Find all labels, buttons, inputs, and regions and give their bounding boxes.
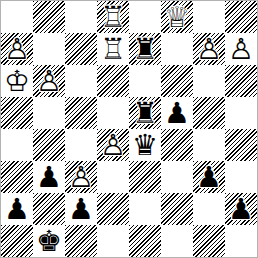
piece-white-pawn[interactable]: ♟♙: [65, 161, 97, 193]
square-f6[interactable]: [161, 65, 193, 97]
square-b3[interactable]: ♟: [33, 161, 65, 193]
square-e2[interactable]: [129, 193, 161, 225]
square-a6[interactable]: ♚♔: [1, 65, 33, 97]
square-e3[interactable]: [129, 161, 161, 193]
square-d1[interactable]: [97, 225, 129, 257]
square-a4[interactable]: [1, 129, 33, 161]
square-e5[interactable]: ♜: [129, 97, 161, 129]
square-c8[interactable]: [65, 1, 97, 33]
square-b2[interactable]: [33, 193, 65, 225]
piece-black-pawn[interactable]: ♟: [33, 161, 65, 193]
square-g5[interactable]: [193, 97, 225, 129]
square-h5[interactable]: [225, 97, 257, 129]
piece-solid-layer: ♚: [33, 225, 65, 257]
piece-white-king[interactable]: ♚♔: [1, 65, 33, 97]
piece-solid-layer: ♛: [129, 129, 161, 161]
square-d2[interactable]: [97, 193, 129, 225]
square-d4[interactable]: ♟♙: [97, 129, 129, 161]
square-b1[interactable]: ♚: [33, 225, 65, 257]
square-g3[interactable]: ♟: [193, 161, 225, 193]
square-c4[interactable]: [65, 129, 97, 161]
square-f4[interactable]: [161, 129, 193, 161]
piece-outline-layer: ♔: [1, 65, 33, 97]
piece-solid-layer: ♟: [161, 97, 193, 129]
square-a7[interactable]: ♟♙: [1, 33, 33, 65]
square-f2[interactable]: [161, 193, 193, 225]
square-c7[interactable]: [65, 33, 97, 65]
square-d5[interactable]: [97, 97, 129, 129]
piece-solid-layer: ♜: [129, 97, 161, 129]
piece-black-pawn[interactable]: ♟: [193, 161, 225, 193]
piece-solid-layer: ♟: [33, 161, 65, 193]
piece-white-pawn[interactable]: ♟♙: [1, 33, 33, 65]
piece-outline-layer: ♙: [33, 65, 65, 97]
square-a1[interactable]: [1, 225, 33, 257]
square-d7[interactable]: ♜♖: [97, 33, 129, 65]
piece-outline-layer: ♖: [97, 1, 129, 33]
piece-black-pawn[interactable]: ♟: [1, 193, 33, 225]
square-e6[interactable]: [129, 65, 161, 97]
square-c6[interactable]: [65, 65, 97, 97]
piece-black-rook[interactable]: ♜: [129, 97, 161, 129]
square-h7[interactable]: ♟♙: [225, 33, 257, 65]
square-b5[interactable]: [33, 97, 65, 129]
square-d6[interactable]: [97, 65, 129, 97]
piece-white-pawn[interactable]: ♟♙: [225, 33, 257, 65]
square-f8[interactable]: ♛♕: [161, 1, 193, 33]
square-f3[interactable]: [161, 161, 193, 193]
square-h1[interactable]: [225, 225, 257, 257]
square-f1[interactable]: [161, 225, 193, 257]
square-h8[interactable]: [225, 1, 257, 33]
square-b7[interactable]: [33, 33, 65, 65]
square-b6[interactable]: ♟♙: [33, 65, 65, 97]
square-a5[interactable]: [1, 97, 33, 129]
square-e1[interactable]: [129, 225, 161, 257]
piece-white-pawn[interactable]: ♟♙: [33, 65, 65, 97]
square-g8[interactable]: [193, 1, 225, 33]
square-g7[interactable]: ♟♙: [193, 33, 225, 65]
square-e7[interactable]: ♜: [129, 33, 161, 65]
square-a2[interactable]: ♟: [1, 193, 33, 225]
piece-solid-layer: ♜: [129, 33, 161, 65]
piece-white-rook[interactable]: ♜♖: [97, 1, 129, 33]
square-a3[interactable]: [1, 161, 33, 193]
square-g6[interactable]: [193, 65, 225, 97]
piece-white-rook[interactable]: ♜♖: [97, 33, 129, 65]
piece-solid-layer: ♟: [65, 193, 97, 225]
square-g4[interactable]: [193, 129, 225, 161]
square-f7[interactable]: [161, 33, 193, 65]
square-b8[interactable]: [33, 1, 65, 33]
piece-outline-layer: ♙: [193, 33, 225, 65]
square-c2[interactable]: ♟: [65, 193, 97, 225]
square-a8[interactable]: [1, 1, 33, 33]
square-b4[interactable]: [33, 129, 65, 161]
square-e8[interactable]: [129, 1, 161, 33]
square-h6[interactable]: [225, 65, 257, 97]
piece-outline-layer: ♖: [97, 33, 129, 65]
square-g2[interactable]: [193, 193, 225, 225]
square-d3[interactable]: [97, 161, 129, 193]
chessboard: ♜♖♛♕♟♙♜♖♜♟♙♟♙♚♔♟♙♜♟♟♙♛♟♟♙♟♟♟♟♚: [0, 0, 258, 258]
square-e4[interactable]: ♛: [129, 129, 161, 161]
square-g1[interactable]: [193, 225, 225, 257]
piece-outline-layer: ♙: [65, 161, 97, 193]
piece-black-pawn[interactable]: ♟: [161, 97, 193, 129]
square-h4[interactable]: [225, 129, 257, 161]
square-d8[interactable]: ♜♖: [97, 1, 129, 33]
square-f5[interactable]: ♟: [161, 97, 193, 129]
square-h2[interactable]: ♟: [225, 193, 257, 225]
piece-outline-layer: ♙: [225, 33, 257, 65]
square-c3[interactable]: ♟♙: [65, 161, 97, 193]
piece-white-pawn[interactable]: ♟♙: [193, 33, 225, 65]
piece-black-king[interactable]: ♚: [33, 225, 65, 257]
piece-black-pawn[interactable]: ♟: [65, 193, 97, 225]
piece-solid-layer: ♟: [1, 193, 33, 225]
piece-black-rook[interactable]: ♜: [129, 33, 161, 65]
piece-black-pawn[interactable]: ♟: [225, 193, 257, 225]
piece-outline-layer: ♙: [1, 33, 33, 65]
square-c5[interactable]: [65, 97, 97, 129]
square-c1[interactable]: [65, 225, 97, 257]
piece-solid-layer: ♟: [193, 161, 225, 193]
piece-white-queen[interactable]: ♛♕: [161, 1, 193, 33]
square-h3[interactable]: [225, 161, 257, 193]
piece-black-queen[interactable]: ♛: [129, 129, 161, 161]
piece-outline-layer: ♕: [161, 1, 193, 33]
piece-outline-layer: ♙: [97, 129, 129, 161]
piece-white-pawn[interactable]: ♟♙: [97, 129, 129, 161]
piece-solid-layer: ♟: [225, 193, 257, 225]
